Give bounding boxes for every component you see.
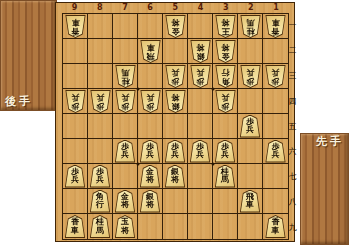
square-3e[interactable] <box>213 114 238 139</box>
square-2b[interactable] <box>238 39 263 64</box>
gote-knight[interactable]: 桂馬 <box>115 65 136 88</box>
square-3f[interactable]: 歩兵 <box>213 139 238 164</box>
square-3b[interactable]: 金将 <box>213 39 238 64</box>
square-8g[interactable]: 歩兵 <box>88 164 113 189</box>
file-label-3: 3 <box>213 3 238 13</box>
square-2d[interactable] <box>238 89 263 114</box>
rank-label-b: 二 <box>289 38 296 63</box>
sente-pawn[interactable]: 歩兵 <box>215 140 236 163</box>
sente-silver[interactable]: 銀将 <box>165 165 186 188</box>
square-7c[interactable]: 桂馬 <box>113 64 138 89</box>
square-8c[interactable] <box>88 64 113 89</box>
sente-pawn[interactable]: 歩兵 <box>140 140 161 163</box>
square-1g[interactable] <box>263 164 288 189</box>
file-label-9: 9 <box>62 3 87 13</box>
piece-kanji: 歩兵 <box>66 91 85 112</box>
square-4a[interactable] <box>188 14 213 39</box>
board-grid: 香車金将王将桂馬香車飛車銀将金将桂馬歩兵歩兵角行歩兵歩兵歩兵歩兵歩兵歩兵銀将歩兵… <box>62 13 289 240</box>
piece-kanji: 桂馬 <box>91 216 110 237</box>
shogi-diagram: 後手 987654321 一二三四五六七八九 香車金将王将桂馬香車飛車銀将金将桂… <box>0 0 349 245</box>
square-4f[interactable]: 歩兵 <box>188 139 213 164</box>
gote-pawn[interactable]: 歩兵 <box>140 90 161 113</box>
sente-king[interactable]: 玉将 <box>115 215 136 238</box>
piece-kanji: 歩兵 <box>166 141 185 162</box>
square-7d[interactable]: 歩兵 <box>113 89 138 114</box>
square-6i[interactable] <box>138 214 163 239</box>
file-label-1: 1 <box>264 3 289 13</box>
square-5a[interactable]: 金将 <box>163 14 188 39</box>
file-label-2: 2 <box>238 3 263 13</box>
sente-pawn[interactable]: 歩兵 <box>165 140 186 163</box>
gote-pawn[interactable]: 歩兵 <box>265 65 286 88</box>
square-7e[interactable] <box>113 114 138 139</box>
piece-kanji: 桂馬 <box>116 66 135 87</box>
piece-kanji: 歩兵 <box>91 166 110 187</box>
square-6d[interactable]: 歩兵 <box>138 89 163 114</box>
square-6g[interactable]: 金将 <box>138 164 163 189</box>
piece-kanji: 金将 <box>141 166 160 187</box>
sente-bishop[interactable]: 角行 <box>90 190 111 213</box>
square-8h[interactable]: 角行 <box>88 189 113 214</box>
piece-kanji: 香車 <box>266 216 285 237</box>
square-9i[interactable]: 香車 <box>63 214 88 239</box>
square-2f[interactable] <box>238 139 263 164</box>
sente-silver[interactable]: 銀将 <box>140 190 161 213</box>
square-4g[interactable] <box>188 164 213 189</box>
piece-kanji: 歩兵 <box>266 66 285 87</box>
square-6b[interactable]: 飛車 <box>138 39 163 64</box>
square-1i[interactable]: 香車 <box>263 214 288 239</box>
square-7b[interactable] <box>113 39 138 64</box>
square-5h[interactable] <box>163 189 188 214</box>
square-4i[interactable] <box>188 214 213 239</box>
sente-gold[interactable]: 金将 <box>140 165 161 188</box>
square-4d[interactable] <box>188 89 213 114</box>
square-9h[interactable] <box>63 189 88 214</box>
piece-kanji: 王将 <box>216 16 235 37</box>
piece-kanji: 歩兵 <box>216 91 235 112</box>
piece-kanji: 歩兵 <box>166 66 185 87</box>
square-8e[interactable] <box>88 114 113 139</box>
piece-kanji: 角行 <box>91 191 110 212</box>
square-8f[interactable] <box>88 139 113 164</box>
square-2g[interactable] <box>238 164 263 189</box>
piece-kanji: 歩兵 <box>191 141 210 162</box>
piece-kanji: 香車 <box>66 16 85 37</box>
square-1e[interactable] <box>263 114 288 139</box>
piece-kanji: 銀将 <box>141 191 160 212</box>
rank-labels: 一二三四五六七八九 <box>289 13 296 240</box>
square-1f[interactable]: 歩兵 <box>263 139 288 164</box>
file-label-5: 5 <box>163 3 188 13</box>
file-label-4: 4 <box>188 3 213 13</box>
piece-kanji: 金将 <box>166 16 185 37</box>
piece-kanji: 歩兵 <box>91 91 110 112</box>
square-4h[interactable] <box>188 189 213 214</box>
square-7f[interactable]: 歩兵 <box>113 139 138 164</box>
square-3h[interactable] <box>213 189 238 214</box>
square-9d[interactable]: 歩兵 <box>63 89 88 114</box>
sente-pawn[interactable]: 歩兵 <box>265 140 286 163</box>
square-3g[interactable]: 桂馬 <box>213 164 238 189</box>
piece-kanji: 歩兵 <box>216 141 235 162</box>
square-9c[interactable] <box>63 64 88 89</box>
rank-label-e: 五 <box>289 114 296 139</box>
square-7a[interactable] <box>113 14 138 39</box>
square-6c[interactable] <box>138 64 163 89</box>
piece-kanji: 香車 <box>66 216 85 237</box>
gote-rook[interactable]: 飛車 <box>140 40 161 63</box>
square-6a[interactable] <box>138 14 163 39</box>
square-1a[interactable]: 香車 <box>263 14 288 39</box>
piece-kanji: 銀将 <box>166 166 185 187</box>
rank-label-h: 八 <box>289 189 296 214</box>
rank-label-a: 一 <box>289 13 296 38</box>
gote-pawn[interactable]: 歩兵 <box>240 65 261 88</box>
square-6h[interactable]: 銀将 <box>138 189 163 214</box>
piece-kanji: 玉将 <box>116 216 135 237</box>
sente-rook[interactable]: 飛車 <box>240 190 261 213</box>
file-label-7: 7 <box>112 3 137 13</box>
rank-label-g: 七 <box>289 164 296 189</box>
square-2h[interactable]: 飛車 <box>238 189 263 214</box>
piece-kanji: 金将 <box>116 191 135 212</box>
file-label-6: 6 <box>138 3 163 13</box>
square-7g[interactable] <box>113 164 138 189</box>
file-labels: 987654321 <box>62 3 289 13</box>
gote-label: 後手 <box>5 96 33 108</box>
piece-kanji: 歩兵 <box>116 141 135 162</box>
square-5d[interactable]: 銀将 <box>163 89 188 114</box>
square-7h[interactable]: 金将 <box>113 189 138 214</box>
sente-pawn[interactable]: 歩兵 <box>240 115 261 138</box>
gote-silver[interactable]: 銀将 <box>190 40 211 63</box>
sente-knight[interactable]: 桂馬 <box>215 165 236 188</box>
piece-kanji: 飛車 <box>241 191 260 212</box>
square-8d[interactable]: 歩兵 <box>88 89 113 114</box>
square-9a[interactable]: 香車 <box>63 14 88 39</box>
piece-kanji: 飛車 <box>141 41 160 62</box>
piece-kanji: 金将 <box>216 41 235 62</box>
gote-pawn[interactable]: 歩兵 <box>115 90 136 113</box>
piece-kanji: 歩兵 <box>241 116 260 137</box>
piece-kanji: 桂馬 <box>241 16 260 37</box>
square-5f[interactable]: 歩兵 <box>163 139 188 164</box>
gote-silver[interactable]: 銀将 <box>165 90 186 113</box>
gote-pawn[interactable]: 歩兵 <box>90 90 111 113</box>
square-2c[interactable]: 歩兵 <box>238 64 263 89</box>
gote-knight[interactable]: 桂馬 <box>240 15 261 38</box>
piece-kanji: 歩兵 <box>141 141 160 162</box>
square-9b[interactable] <box>63 39 88 64</box>
piece-kanji: 香車 <box>266 16 285 37</box>
gote-pawn[interactable]: 歩兵 <box>65 90 86 113</box>
rank-label-d: 四 <box>289 89 296 114</box>
square-5b[interactable] <box>163 39 188 64</box>
sente-knight[interactable]: 桂馬 <box>90 215 111 238</box>
piece-kanji: 銀将 <box>191 41 210 62</box>
gote-gold[interactable]: 金将 <box>165 15 186 38</box>
sente-pawn[interactable]: 歩兵 <box>115 140 136 163</box>
square-9f[interactable] <box>63 139 88 164</box>
gote-king[interactable]: 王将 <box>215 15 236 38</box>
gote-komadai[interactable]: 後手 <box>0 0 57 111</box>
square-5i[interactable] <box>163 214 188 239</box>
square-5g[interactable]: 銀将 <box>163 164 188 189</box>
piece-kanji: 歩兵 <box>116 91 135 112</box>
square-5e[interactable] <box>163 114 188 139</box>
sente-label: 先手 <box>316 136 344 148</box>
square-1d[interactable] <box>263 89 288 114</box>
gote-pawn[interactable]: 歩兵 <box>165 65 186 88</box>
square-6e[interactable] <box>138 114 163 139</box>
gote-lance[interactable]: 香車 <box>65 15 86 38</box>
rank-label-f: 六 <box>289 139 296 164</box>
sente-lance[interactable]: 香車 <box>65 215 86 238</box>
square-8i[interactable]: 桂馬 <box>88 214 113 239</box>
piece-kanji: 銀将 <box>166 91 185 112</box>
sente-pawn[interactable]: 歩兵 <box>65 165 86 188</box>
square-4b[interactable]: 銀将 <box>188 39 213 64</box>
gote-pawn[interactable]: 歩兵 <box>190 65 211 88</box>
gote-lance[interactable]: 香車 <box>265 15 286 38</box>
piece-kanji: 歩兵 <box>141 91 160 112</box>
square-3c[interactable]: 角行 <box>213 64 238 89</box>
square-1b[interactable] <box>263 39 288 64</box>
sente-pawn[interactable]: 歩兵 <box>190 140 211 163</box>
sente-pawn[interactable]: 歩兵 <box>90 165 111 188</box>
square-3a[interactable]: 王将 <box>213 14 238 39</box>
piece-kanji: 角行 <box>216 66 235 87</box>
square-4c[interactable]: 歩兵 <box>188 64 213 89</box>
sente-lance[interactable]: 香車 <box>265 215 286 238</box>
piece-kanji: 歩兵 <box>191 66 210 87</box>
square-2a[interactable]: 桂馬 <box>238 14 263 39</box>
square-5c[interactable]: 歩兵 <box>163 64 188 89</box>
square-9g[interactable]: 歩兵 <box>63 164 88 189</box>
square-2e[interactable]: 歩兵 <box>238 114 263 139</box>
rank-label-c: 三 <box>289 63 296 88</box>
square-2i[interactable] <box>238 214 263 239</box>
shogi-board: 987654321 一二三四五六七八九 香車金将王将桂馬香車飛車銀将金将桂馬歩兵… <box>55 2 295 242</box>
piece-kanji: 歩兵 <box>66 166 85 187</box>
gote-pawn[interactable]: 歩兵 <box>215 90 236 113</box>
square-3d[interactable]: 歩兵 <box>213 89 238 114</box>
square-4e[interactable] <box>188 114 213 139</box>
square-1c[interactable]: 歩兵 <box>263 64 288 89</box>
square-7i[interactable]: 玉将 <box>113 214 138 239</box>
square-9e[interactable] <box>63 114 88 139</box>
sente-gold[interactable]: 金将 <box>115 190 136 213</box>
file-label-8: 8 <box>87 3 112 13</box>
gote-bishop[interactable]: 角行 <box>215 65 236 88</box>
rank-label-i: 九 <box>289 215 296 240</box>
square-1h[interactable] <box>263 189 288 214</box>
square-3i[interactable] <box>213 214 238 239</box>
square-6f[interactable]: 歩兵 <box>138 139 163 164</box>
gote-gold[interactable]: 金将 <box>215 40 236 63</box>
square-8a[interactable] <box>88 14 113 39</box>
piece-kanji: 歩兵 <box>241 66 260 87</box>
piece-kanji: 歩兵 <box>266 141 285 162</box>
sente-komadai[interactable]: 先手 <box>300 133 349 245</box>
square-8b[interactable] <box>88 39 113 64</box>
piece-kanji: 桂馬 <box>216 166 235 187</box>
